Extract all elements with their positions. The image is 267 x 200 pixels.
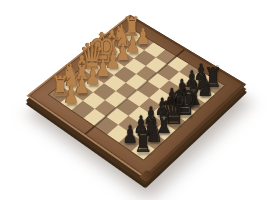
chess-set-photo: ♜♞♝♛♚♝♞♜♟♟♟♟♟♟♟♟♟♟♟♟♟♟♟♟♜♞♝♛♚♝♞♜: [0, 0, 267, 200]
white-pawn[interactable]: ♟: [64, 83, 79, 106]
black-rook[interactable]: ♜: [133, 127, 152, 156]
pieces-layer: ♜♞♝♛♚♝♞♜♟♟♟♟♟♟♟♟♟♟♟♟♟♟♟♟♜♞♝♛♚♝♞♜: [0, 0, 267, 200]
